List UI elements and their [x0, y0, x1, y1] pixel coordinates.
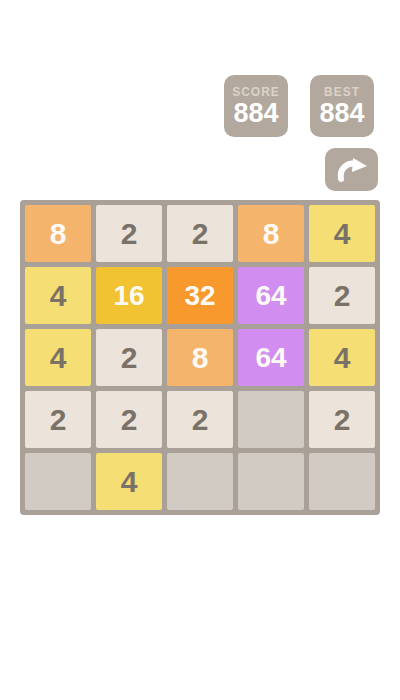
undo-icon [335, 157, 369, 183]
tile-4: 4 [309, 329, 375, 386]
score-value: 884 [233, 99, 278, 127]
best-value: 884 [319, 99, 364, 127]
tile-16: 16 [96, 267, 162, 324]
score-label: SCORE [232, 85, 280, 99]
score-panel: SCORE 884 [224, 75, 288, 137]
empty-cell [167, 453, 233, 510]
board-grid[interactable]: 822844163264242864422224 [20, 200, 380, 515]
tile-2: 2 [96, 205, 162, 262]
empty-cell [238, 391, 304, 448]
empty-cell [25, 453, 91, 510]
game-screen: SCORE 884 BEST 884 822844163264242864422… [0, 0, 400, 700]
tile-2: 2 [96, 391, 162, 448]
tile-8: 8 [167, 329, 233, 386]
tile-2: 2 [309, 267, 375, 324]
tile-64: 64 [238, 267, 304, 324]
best-label: BEST [324, 85, 360, 99]
empty-cell [238, 453, 304, 510]
tile-4: 4 [309, 205, 375, 262]
tile-2: 2 [167, 205, 233, 262]
tile-8: 8 [238, 205, 304, 262]
tile-64: 64 [238, 329, 304, 386]
tile-8: 8 [25, 205, 91, 262]
tile-4: 4 [25, 329, 91, 386]
best-panel: BEST 884 [310, 75, 374, 137]
tile-2: 2 [309, 391, 375, 448]
tile-2: 2 [167, 391, 233, 448]
tile-2: 2 [96, 329, 162, 386]
tile-4: 4 [25, 267, 91, 324]
tile-4: 4 [96, 453, 162, 510]
undo-button[interactable] [325, 148, 378, 191]
tile-2: 2 [25, 391, 91, 448]
tile-32: 32 [167, 267, 233, 324]
empty-cell [309, 453, 375, 510]
